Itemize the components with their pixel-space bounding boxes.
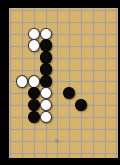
board-intersection[interactable]: [63, 87, 75, 99]
board-intersection[interactable]: [28, 75, 40, 87]
white-stone[interactable]: [40, 28, 52, 40]
board-intersection[interactable]: [28, 99, 40, 111]
board-intersection[interactable]: [40, 75, 52, 87]
stones-layer: [4, 4, 120, 159]
white-stone[interactable]: [28, 75, 40, 87]
star-point: [55, 139, 59, 143]
black-stone[interactable]: [28, 99, 40, 111]
white-stone[interactable]: [28, 28, 40, 40]
black-stone[interactable]: [28, 87, 40, 99]
white-stone[interactable]: [28, 39, 40, 51]
white-stone[interactable]: [40, 99, 52, 111]
white-stone[interactable]: [16, 75, 28, 87]
white-stone[interactable]: [40, 111, 52, 123]
board-intersection[interactable]: [28, 87, 40, 99]
black-stone[interactable]: [40, 39, 52, 51]
board-intersection[interactable]: [40, 99, 52, 111]
board-intersection[interactable]: [28, 28, 40, 40]
board-intersection[interactable]: [40, 87, 52, 99]
black-stone[interactable]: [63, 87, 75, 99]
white-stone[interactable]: [40, 87, 52, 99]
black-stone[interactable]: [28, 111, 40, 123]
black-stone[interactable]: [40, 75, 52, 87]
board-intersection[interactable]: [40, 64, 52, 76]
board-intersection[interactable]: [40, 28, 52, 40]
go-board[interactable]: [9, 8, 118, 158]
black-stone[interactable]: [40, 51, 52, 63]
board-intersection[interactable]: [28, 111, 40, 123]
board-intersection[interactable]: [16, 75, 28, 87]
board-intersection[interactable]: [40, 52, 52, 64]
board-intersection[interactable]: [40, 40, 52, 52]
board-intersection[interactable]: [75, 99, 87, 111]
board-intersection[interactable]: [52, 135, 64, 147]
black-stone[interactable]: [40, 63, 52, 75]
board-intersection[interactable]: [28, 40, 40, 52]
black-stone[interactable]: [75, 99, 87, 111]
go-diagram-frame: [0, 0, 120, 165]
board-intersection[interactable]: [40, 111, 52, 123]
